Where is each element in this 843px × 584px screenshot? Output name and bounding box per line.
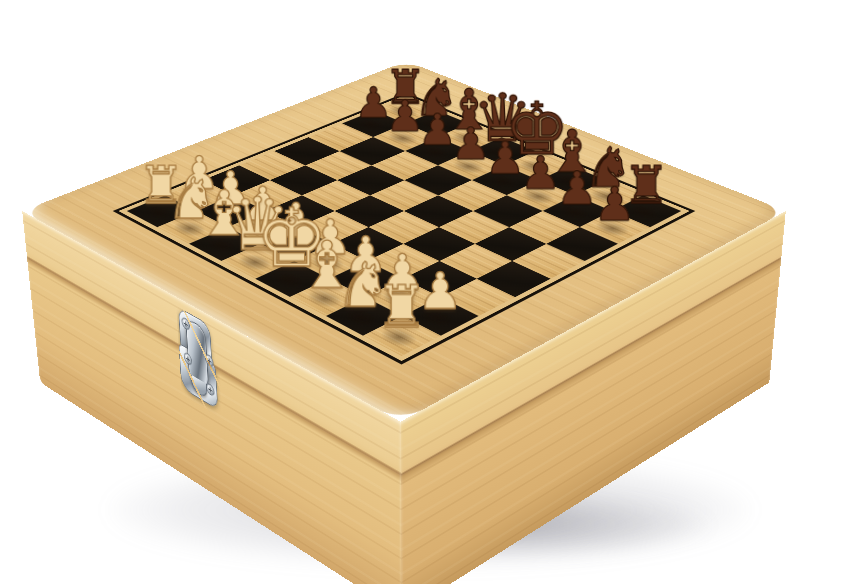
latch-top-plate [178, 307, 212, 370]
metal-latch: + + + + [176, 306, 218, 412]
product-photo: ♜♞♝♛♚♝♞♜♟♟♟♟♟♟♟♟♟♟♟♟♟♟♟♟♜♞♝♛♚♝♞♜ + + + + [0, 0, 843, 584]
piece-black-king-e8: ♚ [491, 93, 584, 166]
pawn-glyph: ♟ [355, 81, 393, 123]
piece-white-pawn-a2: ♟ [152, 150, 248, 195]
latch-cam [190, 337, 203, 359]
piece-black-rook-h8: ♜ [598, 159, 695, 211]
square-g8: ♞ [575, 180, 643, 211]
bishop-glyph: ♝ [546, 122, 598, 180]
piece-black-rook-a8: ♜ [362, 63, 450, 110]
latch-bottom-plate [178, 343, 218, 410]
latch-screw-icon: + [181, 316, 190, 332]
square-a2: ♟ [165, 180, 233, 211]
square-f4 [403, 227, 474, 261]
rook-glyph: ♜ [623, 159, 670, 211]
latch-screw-icon: + [184, 351, 193, 367]
latch-screw-icon: + [206, 382, 215, 398]
rook-glyph: ♜ [385, 63, 427, 110]
rook-glyph: ♜ [138, 159, 185, 211]
knight-glyph: ♞ [584, 140, 633, 195]
latch-screw-icon: + [205, 353, 214, 369]
pawn-glyph: ♟ [520, 150, 561, 195]
latch-hasp [185, 317, 209, 391]
bamboo-box: ♜♞♝♛♚♝♞♜♟♟♟♟♟♟♟♟♟♟♟♟♟♟♟♟♜♞♝♛♚♝♞♜ + + + + [22, 61, 786, 422]
piece-black-knight-g8: ♞ [561, 140, 657, 195]
pawn-glyph: ♟ [179, 150, 220, 195]
latch-hook [191, 375, 208, 400]
knight-glyph: ♞ [414, 72, 460, 123]
